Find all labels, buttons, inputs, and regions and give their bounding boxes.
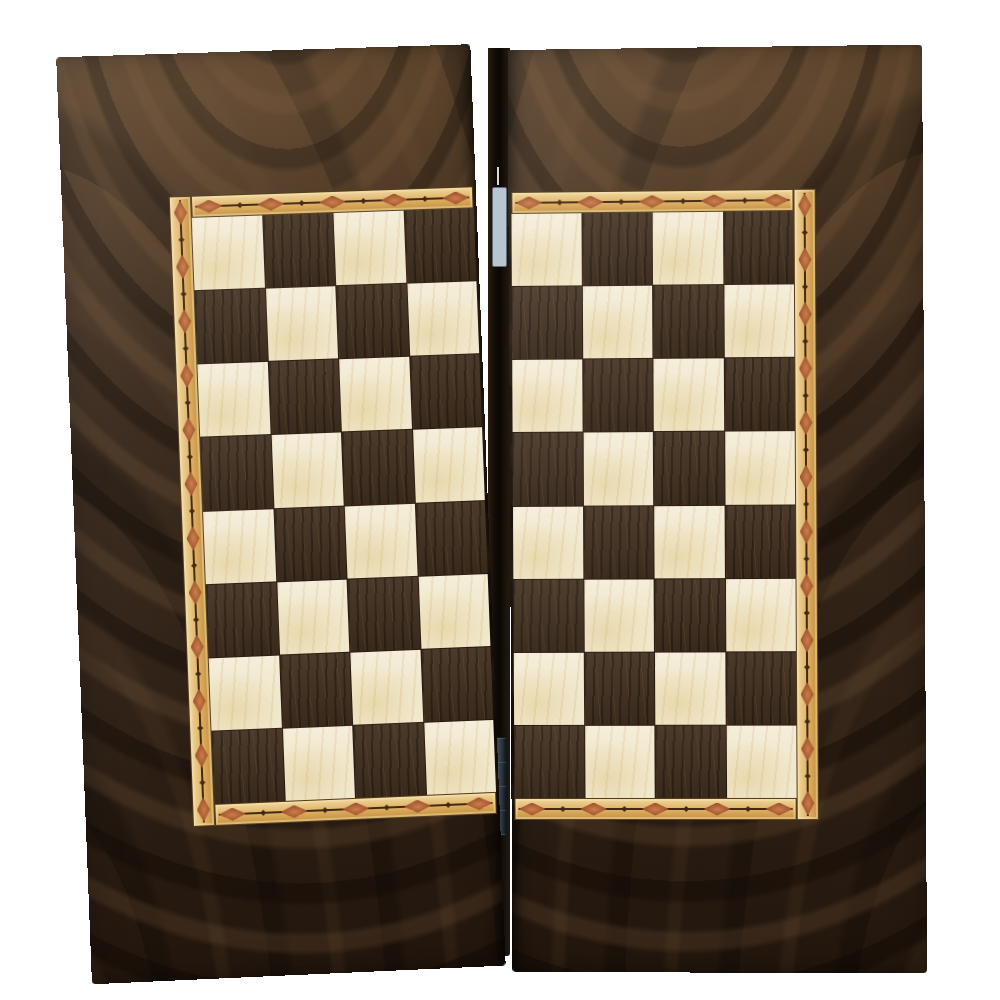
- square-a7: [195, 289, 268, 364]
- square-c6: [339, 357, 411, 432]
- inlay-diamond: [194, 743, 208, 769]
- inlay-diamond: [799, 464, 812, 489]
- square-e5: [513, 433, 583, 506]
- inlay-dot: [199, 779, 205, 785]
- inlay-diamond: [798, 193, 811, 218]
- inlay-dot: [189, 508, 195, 514]
- inlay-dot: [804, 719, 810, 725]
- square-f3: [584, 579, 654, 651]
- square-b3: [277, 579, 350, 654]
- inlay-dot: [742, 197, 748, 203]
- inlay-diamond: [180, 363, 194, 389]
- inlay-dot: [187, 454, 193, 460]
- inlay-diamond: [404, 799, 432, 813]
- inlay-diamond: [799, 301, 812, 326]
- inlay-dot: [237, 202, 243, 208]
- board-area-left: [169, 186, 497, 827]
- inlay-diamond: [700, 194, 727, 207]
- square-c4: [345, 503, 417, 578]
- square-d6: [410, 354, 482, 429]
- inlay-dot: [185, 400, 191, 406]
- inlay-dot: [745, 806, 751, 812]
- square-a6: [197, 362, 270, 437]
- inlay-dot: [804, 664, 810, 670]
- square-f2: [584, 652, 654, 724]
- square-h7: [724, 285, 794, 358]
- inlay-diamond: [175, 254, 189, 280]
- square-b7: [265, 286, 338, 361]
- square-h3: [725, 578, 795, 651]
- inlay-diamond: [178, 308, 192, 334]
- inlay-diamond: [515, 196, 542, 209]
- square-e2: [514, 653, 584, 725]
- inlay-diamond: [173, 200, 187, 226]
- inlay-diamond: [799, 410, 812, 435]
- inlay-diamond: [196, 797, 210, 823]
- inlay-dot: [299, 200, 305, 206]
- inlay-dot: [560, 806, 566, 812]
- inlay-diamond: [219, 807, 247, 821]
- square-a3: [206, 582, 279, 657]
- square-h8: [724, 211, 794, 284]
- inlay-diamond: [380, 193, 408, 207]
- inlay-dot: [422, 196, 428, 202]
- inlay-diamond: [190, 634, 204, 660]
- inlay-diamond: [639, 195, 666, 208]
- inlay-diamond: [195, 199, 223, 213]
- square-d5: [413, 428, 485, 503]
- inlay-dot: [805, 773, 811, 779]
- square-f8: [582, 213, 652, 286]
- inlay-dot: [802, 284, 808, 290]
- inlay-dot: [803, 393, 809, 399]
- inlay-dot: [178, 237, 184, 243]
- square-c8: [333, 211, 405, 286]
- square-g5: [654, 432, 724, 505]
- inlay-dot: [803, 501, 809, 507]
- square-e1: [514, 726, 584, 798]
- inlay-dot: [180, 291, 186, 297]
- square-h6: [724, 358, 794, 431]
- square-a8: [192, 215, 265, 290]
- inlay-diamond: [799, 356, 812, 381]
- inlay-diamond: [519, 802, 546, 815]
- inlay-dot: [193, 617, 199, 623]
- inlay-diamond: [184, 471, 198, 497]
- inlay-dot: [445, 802, 451, 808]
- inlay-diamond: [798, 247, 811, 272]
- square-g7: [653, 285, 723, 358]
- inlay-diamond: [577, 195, 604, 208]
- inlay-dot: [195, 671, 201, 677]
- square-e7: [512, 286, 582, 359]
- square-c5: [342, 430, 414, 505]
- inlay-diamond: [465, 797, 492, 811]
- inlay-diamond: [257, 197, 285, 211]
- square-d3: [418, 574, 490, 649]
- inlay-diamond: [762, 193, 789, 206]
- squares-files-a-d: [192, 208, 496, 804]
- inlay-diamond: [800, 628, 813, 653]
- square-b5: [271, 433, 344, 508]
- inlay-diamond: [186, 526, 200, 552]
- square-a5: [200, 435, 273, 510]
- inlay-diamond: [182, 417, 196, 443]
- square-d1: [424, 720, 496, 795]
- inlay-diamond: [765, 802, 792, 815]
- inlay-border-top-right: [511, 189, 793, 214]
- square-c3: [348, 576, 420, 651]
- inlay-dot: [802, 338, 808, 344]
- square-e4: [513, 506, 583, 578]
- square-h2: [726, 652, 796, 725]
- square-d8: [404, 208, 476, 283]
- square-h5: [725, 431, 795, 504]
- square-e8: [511, 213, 581, 286]
- inlay-dot: [191, 562, 197, 568]
- square-h1: [726, 725, 796, 798]
- square-g2: [655, 652, 725, 725]
- square-f7: [582, 286, 652, 359]
- inlay-diamond: [801, 736, 814, 761]
- inlay-diamond: [580, 802, 607, 815]
- inlay-dot: [804, 610, 810, 616]
- inlay-diamond: [442, 191, 469, 205]
- inlay-dot: [803, 556, 809, 562]
- inlay-dot: [683, 806, 689, 812]
- square-e3: [513, 579, 583, 651]
- square-d4: [415, 501, 487, 576]
- hinge-top-icon: [492, 187, 507, 267]
- square-g6: [653, 359, 723, 432]
- inlay-border-bottom-right: [514, 798, 796, 820]
- board-leaf-right: [508, 45, 927, 974]
- square-a4: [203, 509, 276, 584]
- inlay-dot: [557, 199, 563, 205]
- square-f4: [583, 506, 653, 579]
- inlay-dot: [384, 804, 390, 810]
- inlay-diamond: [192, 688, 206, 714]
- square-e6: [512, 360, 582, 433]
- inlay-border-right: [793, 189, 819, 820]
- square-a2: [209, 655, 282, 730]
- inlay-dot: [618, 199, 624, 205]
- inlay-diamond: [801, 682, 814, 707]
- inlay-dot: [802, 230, 808, 236]
- square-g8: [653, 212, 723, 285]
- square-b1: [282, 726, 355, 801]
- inlay-dot: [803, 447, 809, 453]
- square-a1: [212, 729, 285, 804]
- inlay-dot: [183, 345, 189, 351]
- square-b2: [280, 652, 353, 727]
- inlay-diamond: [800, 519, 813, 544]
- square-c7: [336, 284, 408, 359]
- inlay-diamond: [319, 195, 347, 209]
- square-f6: [583, 359, 653, 432]
- inlay-diamond: [280, 804, 308, 818]
- square-d2: [421, 647, 493, 722]
- board-leaf-left: [56, 44, 505, 984]
- inlay-diamond: [188, 580, 202, 606]
- inlay-dot: [322, 807, 328, 813]
- board-area-right: [511, 189, 819, 820]
- inlay-diamond: [342, 802, 370, 816]
- inlay-dot: [260, 810, 266, 816]
- square-c1: [353, 723, 425, 798]
- square-g1: [655, 726, 725, 798]
- square-b8: [263, 213, 336, 288]
- inlay-dot: [680, 198, 686, 204]
- squares-files-e-h: [511, 211, 796, 798]
- inlay-diamond: [642, 802, 669, 815]
- folding-chessboard-photo: [0, 0, 1000, 1000]
- square-b4: [274, 506, 347, 581]
- inlay-dot: [621, 806, 627, 812]
- inlay-dot: [197, 725, 203, 731]
- square-f1: [585, 726, 655, 798]
- square-g3: [655, 579, 725, 652]
- square-b6: [268, 360, 341, 435]
- square-g4: [654, 505, 724, 578]
- square-c2: [350, 650, 422, 725]
- folding-chessboard: [76, 44, 922, 972]
- inlay-diamond: [801, 791, 814, 816]
- square-h4: [725, 505, 795, 578]
- square-d7: [407, 281, 479, 356]
- square-f5: [583, 432, 653, 505]
- inlay-dot: [360, 198, 366, 204]
- inlay-diamond: [800, 573, 813, 598]
- inlay-diamond: [703, 802, 730, 815]
